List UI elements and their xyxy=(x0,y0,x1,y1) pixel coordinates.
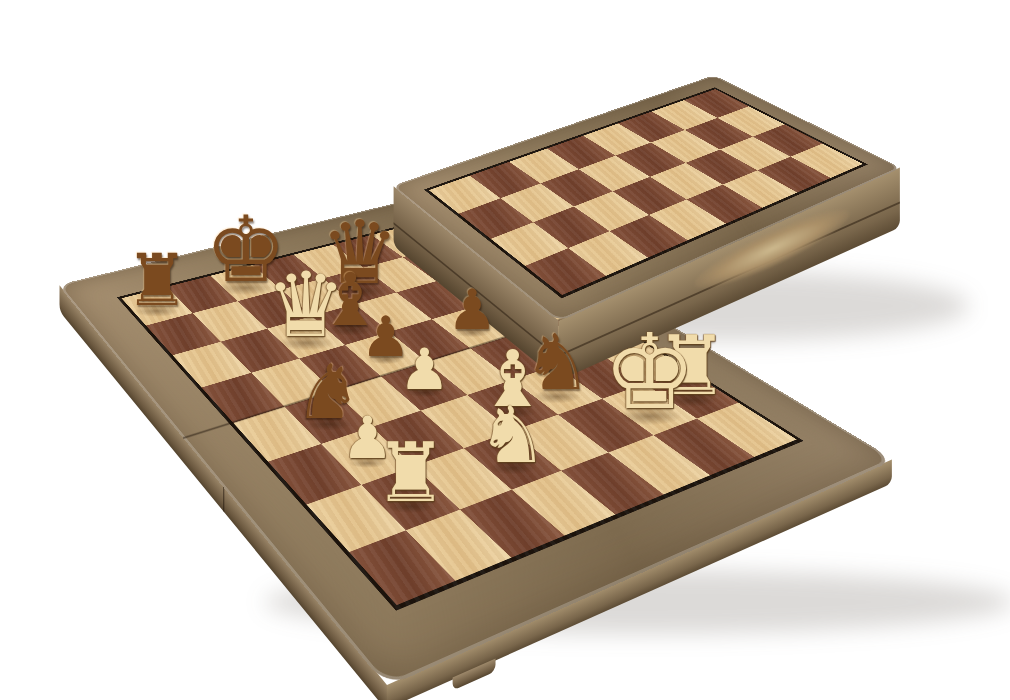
board-grid xyxy=(122,216,797,605)
lid-pinstripe-border xyxy=(424,87,868,298)
lid-checker-grid xyxy=(429,89,863,295)
clasp-tab xyxy=(453,658,496,690)
product-photo-scene: ♜♚♛♛♝♟♟♞♟♟♝♞♜♞♚♜ xyxy=(0,0,1010,700)
board-pinstripe-border xyxy=(117,214,804,610)
open-chessboard xyxy=(58,191,894,688)
